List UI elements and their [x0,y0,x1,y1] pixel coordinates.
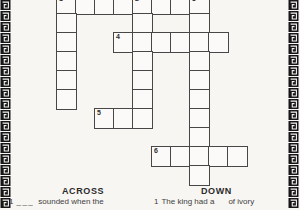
crossword-cell[interactable] [56,70,77,91]
crossword-cell[interactable] [189,13,210,34]
crossword-cell[interactable] [56,51,77,72]
crossword-page: 123456 ACROSS DOWN 1___sounded when the … [0,0,300,210]
crossword-cell[interactable] [189,165,210,186]
crossword-cell[interactable] [208,146,229,167]
crossword-cell[interactable] [132,13,153,34]
crossword-cell[interactable]: 4 [113,32,134,53]
crossword-cell[interactable] [151,0,172,15]
crossword-cell[interactable] [189,32,210,53]
crossword-cell[interactable]: 6 [151,146,172,167]
crossword-cell[interactable] [170,146,191,167]
crossword-cell[interactable] [132,51,153,72]
crossword-cell[interactable] [189,89,210,110]
crossword-cell[interactable] [189,127,210,148]
across-clue-blank: ___ [16,197,34,206]
crossword-cell[interactable] [113,0,134,15]
crossword-cell[interactable] [75,0,96,15]
crossword-cell[interactable] [189,51,210,72]
across-clue-1: 1___sounded when the [9,197,104,206]
crossword-cell[interactable] [227,146,248,167]
crossword-cell[interactable] [189,70,210,91]
crossword-cell[interactable] [56,13,77,34]
crossword-cell[interactable] [113,108,134,129]
crossword-cell[interactable] [132,89,153,110]
crossword-cell[interactable] [170,32,191,53]
clue-number-label: 2 [135,0,139,3]
down-clue-text-pre: The king had a [161,197,214,206]
clue-number-label: 1 [59,0,63,3]
crossword-cell[interactable]: 5 [94,108,115,129]
crossword-cell[interactable] [189,108,210,129]
crossword-cell[interactable] [56,32,77,53]
crossword-cell[interactable] [132,70,153,91]
clue-number-label: 4 [116,33,120,41]
crossword-cell[interactable] [170,0,191,15]
down-clue-1: 1The king had aof ivory [154,197,254,206]
crossword-cell[interactable] [132,32,153,53]
clue-number-label: 5 [97,109,101,117]
across-clue-text: sounded when the [38,197,103,206]
across-heading: ACROSS [62,186,104,196]
crossword-cell[interactable] [94,0,115,15]
down-heading: DOWN [201,186,232,196]
down-clue-number: 1 [154,197,158,206]
crossword-cell[interactable] [132,108,153,129]
clue-number-label: 6 [154,147,158,155]
crossword-cell[interactable] [56,89,77,110]
crossword-cell[interactable] [189,146,210,167]
clue-number-label: 3 [192,0,196,3]
across-clue-number: 1 [9,197,13,206]
down-clue-text-post: of ivory [228,197,254,206]
crossword-cell[interactable] [151,32,172,53]
crossword-cell[interactable] [208,32,229,53]
crossword-grid: 123456 [0,0,300,210]
